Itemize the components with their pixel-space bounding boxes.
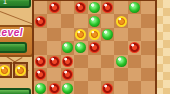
- board-cell[interactable]: [61, 68, 74, 81]
- board-cell[interactable]: [61, 41, 74, 54]
- red-ball[interactable]: [89, 42, 100, 53]
- board-cell[interactable]: [47, 14, 60, 27]
- green-ball[interactable]: [62, 83, 73, 94]
- board-cell[interactable]: [34, 1, 47, 14]
- green-ball[interactable]: [75, 42, 86, 53]
- board-cell[interactable]: [101, 41, 114, 54]
- yellow-ball: [0, 65, 10, 76]
- board-cell[interactable]: [34, 41, 47, 54]
- board-cell[interactable]: [34, 14, 47, 27]
- board-cell[interactable]: [88, 14, 101, 27]
- board-cell[interactable]: [141, 55, 154, 68]
- board-cell[interactable]: [74, 68, 87, 81]
- board-cell[interactable]: [128, 81, 141, 94]
- green-ball[interactable]: [62, 42, 73, 53]
- bottom-score-bar: [0, 88, 31, 94]
- board-cell[interactable]: [47, 81, 60, 94]
- board-cell[interactable]: [114, 41, 127, 54]
- board-cell[interactable]: [114, 14, 127, 27]
- board-cell[interactable]: [128, 68, 141, 81]
- board-cell[interactable]: [74, 14, 87, 27]
- rope-decoration: [0, 11, 34, 25]
- board-cell[interactable]: [88, 68, 101, 81]
- board-cell[interactable]: [74, 28, 87, 41]
- board-cell[interactable]: [34, 28, 47, 41]
- green-ball[interactable]: [102, 29, 113, 40]
- board-cell[interactable]: [88, 81, 101, 94]
- board-cell[interactable]: [34, 81, 47, 94]
- game-screen: 1 Level: [0, 0, 170, 94]
- red-ball[interactable]: [49, 2, 60, 13]
- yellow-ball[interactable]: [89, 29, 100, 40]
- green-ball[interactable]: [116, 56, 127, 67]
- board-cell[interactable]: [101, 28, 114, 41]
- board-cell[interactable]: [114, 55, 127, 68]
- board-cell[interactable]: [88, 28, 101, 41]
- board-cell[interactable]: [74, 81, 87, 94]
- green-ball[interactable]: [89, 2, 100, 13]
- red-ball[interactable]: [75, 2, 86, 13]
- board-cell[interactable]: [61, 28, 74, 41]
- board-cell[interactable]: [128, 1, 141, 14]
- next-ball-slot: [13, 62, 28, 78]
- red-ball[interactable]: [62, 69, 73, 80]
- board-cell[interactable]: [141, 81, 154, 94]
- level-panel: Level: [0, 25, 34, 57]
- board-cell[interactable]: [141, 68, 154, 81]
- next-balls-tray: [0, 62, 28, 78]
- board-cell[interactable]: [101, 14, 114, 27]
- board-cell[interactable]: [101, 1, 114, 14]
- board-cell[interactable]: [88, 55, 101, 68]
- board-cell[interactable]: [74, 1, 87, 14]
- board-cell[interactable]: [47, 1, 60, 14]
- green-ball[interactable]: [129, 2, 140, 13]
- green-ball[interactable]: [89, 16, 100, 27]
- board-cell[interactable]: [61, 55, 74, 68]
- game-board: [32, 0, 157, 94]
- board-cell[interactable]: [88, 41, 101, 54]
- board-cell[interactable]: [74, 55, 87, 68]
- board-cell[interactable]: [141, 28, 154, 41]
- board-cell[interactable]: [128, 14, 141, 27]
- board-cell[interactable]: [114, 1, 127, 14]
- board-cell[interactable]: [61, 81, 74, 94]
- red-ball[interactable]: [62, 56, 73, 67]
- board-grid: [34, 1, 155, 94]
- board-cell[interactable]: [141, 14, 154, 27]
- board-cell[interactable]: [114, 68, 127, 81]
- board-cell[interactable]: [61, 1, 74, 14]
- board-cell[interactable]: [114, 81, 127, 94]
- sand-background-strip: [155, 0, 170, 94]
- board-cell[interactable]: [141, 1, 154, 14]
- board-cell[interactable]: [128, 55, 141, 68]
- red-ball[interactable]: [49, 83, 60, 94]
- red-ball[interactable]: [102, 83, 113, 94]
- yellow-ball: [15, 65, 26, 76]
- red-ball[interactable]: [49, 56, 60, 67]
- board-cell[interactable]: [34, 55, 47, 68]
- level-value-bar: [0, 42, 27, 53]
- red-ball[interactable]: [35, 69, 46, 80]
- board-cell[interactable]: [101, 55, 114, 68]
- score-value: 1: [3, 0, 7, 5]
- board-cell[interactable]: [61, 14, 74, 27]
- board-cell[interactable]: [128, 28, 141, 41]
- board-cell[interactable]: [101, 68, 114, 81]
- board-cell[interactable]: [114, 28, 127, 41]
- board-cell[interactable]: [128, 41, 141, 54]
- yellow-ball[interactable]: [116, 16, 127, 27]
- board-cell[interactable]: [101, 81, 114, 94]
- red-ball[interactable]: [35, 56, 46, 67]
- board-cell[interactable]: [47, 55, 60, 68]
- board-cell[interactable]: [141, 41, 154, 54]
- yellow-ball[interactable]: [75, 29, 86, 40]
- level-label: Level: [0, 27, 32, 39]
- red-ball[interactable]: [35, 16, 46, 27]
- board-cell[interactable]: [74, 41, 87, 54]
- board-cell[interactable]: [47, 68, 60, 81]
- next-ball-slot: [0, 62, 12, 78]
- red-ball[interactable]: [129, 42, 140, 53]
- board-cell[interactable]: [34, 68, 47, 81]
- score-bar: 1: [0, 0, 31, 8]
- red-ball[interactable]: [102, 2, 113, 13]
- green-ball[interactable]: [35, 83, 46, 94]
- board-cell[interactable]: [47, 28, 60, 41]
- board-cell[interactable]: [88, 1, 101, 14]
- board-cell[interactable]: [47, 41, 60, 54]
